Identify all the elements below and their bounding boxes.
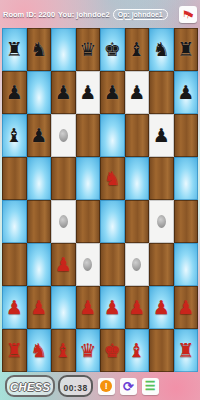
square-h7[interactable]: ♟ [174, 71, 199, 114]
black-bishop: ♝ [6, 126, 23, 145]
black-knight: ♞ [153, 40, 170, 59]
square-d6[interactable] [76, 114, 101, 157]
square-c4[interactable] [51, 200, 76, 243]
square-g7[interactable] [149, 71, 174, 114]
red-pawn: ♟ [30, 298, 47, 317]
square-a3[interactable] [2, 243, 27, 286]
black-pawn: ♟ [6, 83, 23, 102]
square-a7[interactable]: ♟ [2, 71, 27, 114]
square-c5[interactable] [51, 157, 76, 200]
you-label: You: johndoe2 [58, 10, 110, 19]
flag-icon: ⚑ [185, 11, 195, 21]
info-icon: ! [100, 380, 112, 392]
square-e2[interactable]: ♟ [100, 286, 125, 329]
square-e6[interactable] [100, 114, 125, 157]
square-g8[interactable]: ♞ [149, 28, 174, 71]
red-pawn: ♟ [104, 298, 121, 317]
square-a6[interactable]: ♝ [2, 114, 27, 157]
square-g6[interactable]: ♟ [149, 114, 174, 157]
game-timer: 00:38 [58, 375, 92, 397]
menu-button[interactable]: ☰ [142, 378, 159, 395]
red-pawn: ♟ [79, 298, 96, 317]
black-pawn: ♟ [128, 83, 145, 102]
black-pawn: ♟ [177, 83, 194, 102]
red-knight: ♞ [104, 169, 121, 188]
red-pawn: ♟ [153, 298, 170, 317]
game-timer-text: 00:38 [63, 383, 87, 393]
square-h1[interactable]: ♜ [174, 329, 199, 372]
square-d5[interactable] [76, 157, 101, 200]
square-b2[interactable]: ♟ [27, 286, 52, 329]
square-c7[interactable]: ♟ [51, 71, 76, 114]
square-b4[interactable] [27, 200, 52, 243]
footer-bar: CHESS 00:38 ! ⟳ ☰ [0, 372, 200, 400]
move-hint-dot [59, 129, 68, 142]
square-h3[interactable] [174, 243, 199, 286]
black-pawn: ♟ [104, 83, 121, 102]
black-pawn: ♟ [153, 126, 170, 145]
black-queen: ♛ [79, 40, 96, 59]
square-h6[interactable] [174, 114, 199, 157]
app-logo-text: CHESS [10, 381, 50, 393]
square-h4[interactable] [174, 200, 199, 243]
square-b3[interactable] [27, 243, 52, 286]
square-e1[interactable]: ♚ [100, 329, 125, 372]
move-hint-dot [59, 215, 68, 228]
red-pawn: ♟ [6, 298, 23, 317]
square-b6[interactable]: ♟ [27, 114, 52, 157]
opponent-badge: Op: johndoe1 [113, 9, 168, 20]
square-g3[interactable] [149, 243, 174, 286]
square-e8[interactable]: ♚ [100, 28, 125, 71]
square-a1[interactable]: ♜ [2, 329, 27, 372]
square-d4[interactable] [76, 200, 101, 243]
refresh-icon: ⟳ [123, 380, 134, 393]
square-a8[interactable]: ♜ [2, 28, 27, 71]
black-pawn: ♟ [55, 83, 72, 102]
black-king: ♚ [104, 40, 121, 59]
square-f1[interactable]: ♝ [125, 329, 150, 372]
square-e4[interactable] [100, 200, 125, 243]
square-f5[interactable] [125, 157, 150, 200]
square-b7[interactable] [27, 71, 52, 114]
red-rook: ♜ [6, 341, 23, 360]
red-knight: ♞ [30, 341, 47, 360]
square-f8[interactable]: ♝ [125, 28, 150, 71]
red-bishop: ♝ [55, 341, 72, 360]
black-pawn: ♟ [79, 83, 96, 102]
red-pawn: ♟ [55, 255, 72, 274]
move-hint-dot [83, 258, 92, 271]
refresh-button[interactable]: ⟳ [120, 378, 137, 395]
red-pawn: ♟ [177, 298, 194, 317]
square-h2[interactable]: ♟ [174, 286, 199, 329]
square-b8[interactable]: ♞ [27, 28, 52, 71]
square-d8[interactable]: ♛ [76, 28, 101, 71]
square-h8[interactable]: ♜ [174, 28, 199, 71]
square-a2[interactable]: ♟ [2, 286, 27, 329]
black-bishop: ♝ [128, 40, 145, 59]
square-b5[interactable] [27, 157, 52, 200]
move-hint-dot [157, 215, 166, 228]
flags-button[interactable]: ⚑ ⚑ [179, 6, 197, 23]
square-c1[interactable]: ♝ [51, 329, 76, 372]
black-knight: ♞ [30, 40, 47, 59]
black-pawn: ♟ [30, 126, 47, 145]
square-g4[interactable] [149, 200, 174, 243]
square-e5[interactable]: ♞ [100, 157, 125, 200]
square-f3[interactable] [125, 243, 150, 286]
square-e7[interactable]: ♟ [100, 71, 125, 114]
info-button[interactable]: ! [98, 378, 115, 395]
red-rook: ♜ [177, 341, 194, 360]
square-d7[interactable]: ♟ [76, 71, 101, 114]
square-f7[interactable]: ♟ [125, 71, 150, 114]
square-g2[interactable]: ♟ [149, 286, 174, 329]
square-a4[interactable] [2, 200, 27, 243]
chess-app: Room ID: 2200 You: johndoe2 Op: johndoe1… [0, 0, 200, 400]
square-b1[interactable]: ♞ [27, 329, 52, 372]
red-pawn: ♟ [128, 298, 145, 317]
room-id-label: Room ID: 2200 [3, 10, 55, 19]
square-f4[interactable] [125, 200, 150, 243]
square-c3[interactable]: ♟ [51, 243, 76, 286]
square-c6[interactable] [51, 114, 76, 157]
square-g5[interactable] [149, 157, 174, 200]
app-logo: CHESS [5, 375, 55, 397]
red-king: ♚ [104, 341, 121, 360]
square-h5[interactable] [174, 157, 199, 200]
square-f6[interactable] [125, 114, 150, 157]
move-hint-dot [132, 258, 141, 271]
red-bishop: ♝ [128, 341, 145, 360]
hamburger-menu-icon: ☰ [145, 380, 156, 392]
square-d3[interactable] [76, 243, 101, 286]
square-d1[interactable]: ♛ [76, 329, 101, 372]
black-rook: ♜ [6, 40, 23, 59]
square-d2[interactable]: ♟ [76, 286, 101, 329]
square-c2[interactable] [51, 286, 76, 329]
red-queen: ♛ [79, 341, 96, 360]
black-rook: ♜ [177, 40, 194, 59]
square-c8[interactable] [51, 28, 76, 71]
square-a5[interactable] [2, 157, 27, 200]
square-g1[interactable] [149, 329, 174, 372]
square-e3[interactable] [100, 243, 125, 286]
chess-board: ♜♞♛♚♝♞♜♟♟♟♟♟♟♝♟♟♞♟♟♟♟♟♟♟♟♜♞♝♛♚♝♜ [2, 28, 198, 372]
header-bar: Room ID: 2200 You: johndoe2 Op: johndoe1… [0, 0, 200, 28]
square-f2[interactable]: ♟ [125, 286, 150, 329]
